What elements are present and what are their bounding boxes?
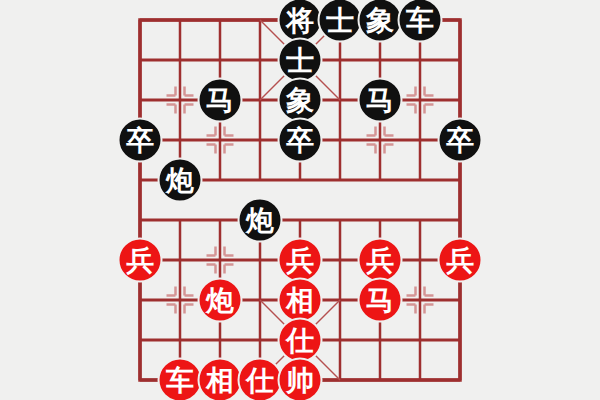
piece-black-炮-1-4[interactable]: 炮 xyxy=(158,158,203,203)
board-point-7-8[interactable] xyxy=(400,320,440,360)
board-point-5-9[interactable] xyxy=(320,360,360,400)
board-point-5-2[interactable] xyxy=(320,80,360,120)
board-point-3-8[interactable] xyxy=(240,320,280,360)
piece-black-象-4-2[interactable]: 象 xyxy=(278,78,323,123)
board-point-0-2[interactable] xyxy=(120,80,160,120)
board-point-2-9[interactable]: 相 xyxy=(200,360,240,400)
board-point-4-6[interactable]: 兵 xyxy=(280,240,320,280)
board-point-4-4[interactable] xyxy=(280,160,320,200)
board-point-7-7[interactable] xyxy=(400,280,440,320)
board-point-3-6[interactable] xyxy=(240,240,280,280)
board-point-2-1[interactable] xyxy=(200,40,240,80)
board-point-2-4[interactable] xyxy=(200,160,240,200)
piece-black-将-4-0[interactable]: 将 xyxy=(278,0,323,43)
piece-red-仕-3-9[interactable]: 仕 xyxy=(238,358,283,400)
board-point-7-0[interactable]: 车 xyxy=(400,0,440,40)
board-point-1-7[interactable] xyxy=(160,280,200,320)
piece-black-卒-8-3[interactable]: 卒 xyxy=(438,118,483,163)
board-point-7-5[interactable] xyxy=(400,200,440,240)
piece-red-兵-6-6[interactable]: 兵 xyxy=(358,238,403,283)
board-point-2-6[interactable] xyxy=(200,240,240,280)
piece-red-兵-0-6[interactable]: 兵 xyxy=(118,238,163,283)
piece-red-相-4-7[interactable]: 相 xyxy=(278,278,323,323)
board-point-6-7[interactable]: 马 xyxy=(360,280,400,320)
piece-black-士-5-0[interactable]: 士 xyxy=(318,0,363,43)
board-point-8-9[interactable] xyxy=(440,360,480,400)
piece-red-车-1-9[interactable]: 车 xyxy=(158,358,203,400)
piece-red-相-2-9[interactable]: 相 xyxy=(198,358,243,400)
board-point-6-6[interactable]: 兵 xyxy=(360,240,400,280)
board-point-2-0[interactable] xyxy=(200,0,240,40)
board-point-2-5[interactable] xyxy=(200,200,240,240)
board-point-8-2[interactable] xyxy=(440,80,480,120)
board-point-5-5[interactable] xyxy=(320,200,360,240)
board-point-7-3[interactable] xyxy=(400,120,440,160)
board-point-8-5[interactable] xyxy=(440,200,480,240)
board-point-3-5[interactable]: 炮 xyxy=(240,200,280,240)
piece-black-卒-4-3[interactable]: 卒 xyxy=(278,118,323,163)
board-point-3-4[interactable] xyxy=(240,160,280,200)
board-point-4-8[interactable]: 仕 xyxy=(280,320,320,360)
board-point-6-9[interactable] xyxy=(360,360,400,400)
board-point-1-8[interactable] xyxy=(160,320,200,360)
board-point-3-2[interactable] xyxy=(240,80,280,120)
piece-red-仕-4-8[interactable]: 仕 xyxy=(278,318,323,363)
board-point-8-0[interactable] xyxy=(440,0,480,40)
board-point-0-6[interactable]: 兵 xyxy=(120,240,160,280)
board-point-5-4[interactable] xyxy=(320,160,360,200)
board-point-7-1[interactable] xyxy=(400,40,440,80)
board-point-5-0[interactable]: 士 xyxy=(320,0,360,40)
board-point-4-1[interactable]: 士 xyxy=(280,40,320,80)
piece-red-帅-4-9[interactable]: 帅 xyxy=(278,358,323,400)
board-point-4-3[interactable]: 卒 xyxy=(280,120,320,160)
board-point-8-8[interactable] xyxy=(440,320,480,360)
board-point-8-7[interactable] xyxy=(440,280,480,320)
board-point-5-6[interactable] xyxy=(320,240,360,280)
piece-black-士-4-1[interactable]: 士 xyxy=(278,38,323,83)
board-point-6-2[interactable]: 马 xyxy=(360,80,400,120)
piece-red-马-6-7[interactable]: 马 xyxy=(358,278,403,323)
board-point-1-6[interactable] xyxy=(160,240,200,280)
board-point-3-7[interactable] xyxy=(240,280,280,320)
piece-red-兵-4-6[interactable]: 兵 xyxy=(278,238,323,283)
board-point-8-6[interactable]: 兵 xyxy=(440,240,480,280)
board-point-1-3[interactable] xyxy=(160,120,200,160)
board-point-7-4[interactable] xyxy=(400,160,440,200)
board-point-1-4[interactable]: 炮 xyxy=(160,160,200,200)
piece-red-炮-2-7[interactable]: 炮 xyxy=(198,278,243,323)
board-point-0-5[interactable] xyxy=(120,200,160,240)
piece-black-马-6-2[interactable]: 马 xyxy=(358,78,403,123)
board-point-5-3[interactable] xyxy=(320,120,360,160)
board-point-2-3[interactable] xyxy=(200,120,240,160)
board-point-2-7[interactable]: 炮 xyxy=(200,280,240,320)
board-point-6-3[interactable] xyxy=(360,120,400,160)
board-point-1-1[interactable] xyxy=(160,40,200,80)
board-point-4-5[interactable] xyxy=(280,200,320,240)
board-point-0-0[interactable] xyxy=(120,0,160,40)
board-point-6-8[interactable] xyxy=(360,320,400,360)
board-point-7-2[interactable] xyxy=(400,80,440,120)
board-point-5-8[interactable] xyxy=(320,320,360,360)
piece-black-象-6-0[interactable]: 象 xyxy=(358,0,403,43)
piece-black-炮-3-5[interactable]: 炮 xyxy=(238,198,283,243)
board-point-5-1[interactable] xyxy=(320,40,360,80)
piece-layer: 将士象车士马象马卒卒卒炮炮兵兵兵兵炮相马仕车相仕帅 xyxy=(120,0,480,400)
board-point-1-0[interactable] xyxy=(160,0,200,40)
board-point-7-6[interactable] xyxy=(400,240,440,280)
piece-black-卒-0-3[interactable]: 卒 xyxy=(118,118,163,163)
board-point-7-9[interactable] xyxy=(400,360,440,400)
piece-black-马-2-2[interactable]: 马 xyxy=(198,78,243,123)
board-point-8-3[interactable]: 卒 xyxy=(440,120,480,160)
board-point-2-2[interactable]: 马 xyxy=(200,80,240,120)
board-point-0-8[interactable] xyxy=(120,320,160,360)
board-point-4-9[interactable]: 帅 xyxy=(280,360,320,400)
board-point-6-4[interactable] xyxy=(360,160,400,200)
board-point-0-7[interactable] xyxy=(120,280,160,320)
xiangqi-board: 将士象车士马象马卒卒卒炮炮兵兵兵兵炮相马仕车相仕帅 xyxy=(0,0,600,400)
board-point-0-1[interactable] xyxy=(120,40,160,80)
board-point-3-3[interactable] xyxy=(240,120,280,160)
piece-red-兵-8-6[interactable]: 兵 xyxy=(438,238,483,283)
board-point-1-5[interactable] xyxy=(160,200,200,240)
board-point-0-9[interactable] xyxy=(120,360,160,400)
board-point-0-3[interactable]: 卒 xyxy=(120,120,160,160)
board-point-0-4[interactable] xyxy=(120,160,160,200)
board-point-3-9[interactable]: 仕 xyxy=(240,360,280,400)
board-point-6-0[interactable]: 象 xyxy=(360,0,400,40)
board-point-1-9[interactable]: 车 xyxy=(160,360,200,400)
board-point-5-7[interactable] xyxy=(320,280,360,320)
board-point-2-8[interactable] xyxy=(200,320,240,360)
board-point-3-1[interactable] xyxy=(240,40,280,80)
board-point-3-0[interactable] xyxy=(240,0,280,40)
board-point-1-2[interactable] xyxy=(160,80,200,120)
board-point-8-1[interactable] xyxy=(440,40,480,80)
board-point-4-7[interactable]: 相 xyxy=(280,280,320,320)
piece-black-车-7-0[interactable]: 车 xyxy=(398,0,443,43)
board-point-8-4[interactable] xyxy=(440,160,480,200)
board-point-4-0[interactable]: 将 xyxy=(280,0,320,40)
board-point-6-1[interactable] xyxy=(360,40,400,80)
board-point-6-5[interactable] xyxy=(360,200,400,240)
board-point-4-2[interactable]: 象 xyxy=(280,80,320,120)
